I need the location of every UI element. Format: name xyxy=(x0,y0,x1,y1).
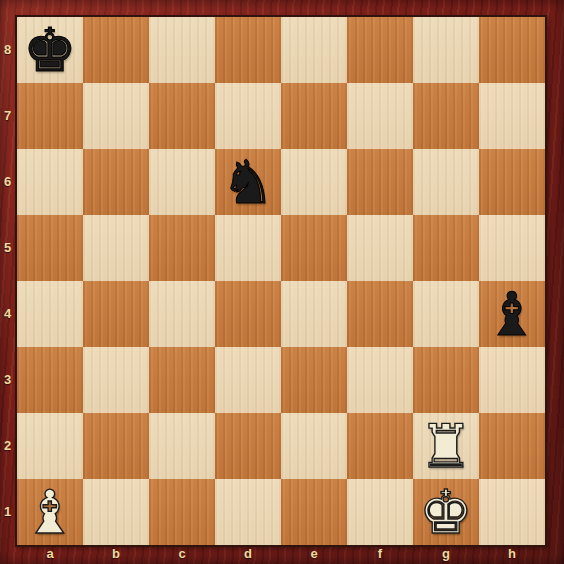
square-e4[interactable] xyxy=(281,281,347,347)
square-h8[interactable] xyxy=(479,17,545,83)
square-e1[interactable] xyxy=(281,479,347,545)
square-f1[interactable] xyxy=(347,479,413,545)
square-b4[interactable] xyxy=(83,281,149,347)
rank-label-2: 2 xyxy=(0,413,15,479)
square-e8[interactable] xyxy=(281,17,347,83)
rank-label-6: 6 xyxy=(0,149,15,215)
square-f5[interactable] xyxy=(347,215,413,281)
white-rook[interactable]: ♜ xyxy=(419,413,473,479)
square-h6[interactable] xyxy=(479,149,545,215)
rank-label-7: 7 xyxy=(0,83,15,149)
square-c4[interactable] xyxy=(149,281,215,347)
rank-label-8: 8 xyxy=(0,17,15,83)
file-label-g: g xyxy=(413,545,479,564)
rank-label-5: 5 xyxy=(0,215,15,281)
square-g8[interactable] xyxy=(413,17,479,83)
square-g7[interactable] xyxy=(413,83,479,149)
square-b8[interactable] xyxy=(83,17,149,83)
square-e7[interactable] xyxy=(281,83,347,149)
square-c8[interactable] xyxy=(149,17,215,83)
square-d4[interactable] xyxy=(215,281,281,347)
file-label-b: b xyxy=(83,545,149,564)
square-a4[interactable] xyxy=(17,281,83,347)
black-bishop[interactable]: ♝ xyxy=(485,281,539,347)
square-b7[interactable] xyxy=(83,83,149,149)
square-c2[interactable] xyxy=(149,413,215,479)
square-g3[interactable] xyxy=(413,347,479,413)
square-c1[interactable] xyxy=(149,479,215,545)
square-g4[interactable] xyxy=(413,281,479,347)
square-f7[interactable] xyxy=(347,83,413,149)
square-h2[interactable] xyxy=(479,413,545,479)
square-b2[interactable] xyxy=(83,413,149,479)
square-a2[interactable] xyxy=(17,413,83,479)
square-d8[interactable] xyxy=(215,17,281,83)
chess-board: ♚♞♝♜♝♚ xyxy=(15,15,547,547)
rank-label-4: 4 xyxy=(0,281,15,347)
square-b6[interactable] xyxy=(83,149,149,215)
square-f2[interactable] xyxy=(347,413,413,479)
square-g2[interactable]: ♜ xyxy=(413,413,479,479)
black-king[interactable]: ♚ xyxy=(23,17,77,83)
square-d6[interactable]: ♞ xyxy=(215,149,281,215)
square-h3[interactable] xyxy=(479,347,545,413)
square-h5[interactable] xyxy=(479,215,545,281)
rank-label-3: 3 xyxy=(0,347,15,413)
square-a7[interactable] xyxy=(17,83,83,149)
square-e3[interactable] xyxy=(281,347,347,413)
square-b5[interactable] xyxy=(83,215,149,281)
file-label-d: d xyxy=(215,545,281,564)
file-label-f: f xyxy=(347,545,413,564)
file-label-h: h xyxy=(479,545,545,564)
square-f4[interactable] xyxy=(347,281,413,347)
square-b3[interactable] xyxy=(83,347,149,413)
square-h1[interactable] xyxy=(479,479,545,545)
square-d3[interactable] xyxy=(215,347,281,413)
board-frame: ♚♞♝♜♝♚ 87654321abcdefgh xyxy=(0,0,564,564)
file-label-a: a xyxy=(17,545,83,564)
square-a6[interactable] xyxy=(17,149,83,215)
square-h7[interactable] xyxy=(479,83,545,149)
square-a5[interactable] xyxy=(17,215,83,281)
square-c6[interactable] xyxy=(149,149,215,215)
square-c7[interactable] xyxy=(149,83,215,149)
square-e6[interactable] xyxy=(281,149,347,215)
file-label-e: e xyxy=(281,545,347,564)
square-c3[interactable] xyxy=(149,347,215,413)
square-f8[interactable] xyxy=(347,17,413,83)
square-f6[interactable] xyxy=(347,149,413,215)
square-g5[interactable] xyxy=(413,215,479,281)
black-knight[interactable]: ♞ xyxy=(221,149,275,215)
square-d7[interactable] xyxy=(215,83,281,149)
square-c5[interactable] xyxy=(149,215,215,281)
square-a1[interactable]: ♝ xyxy=(17,479,83,545)
file-label-c: c xyxy=(149,545,215,564)
square-g6[interactable] xyxy=(413,149,479,215)
square-g1[interactable]: ♚ xyxy=(413,479,479,545)
square-a8[interactable]: ♚ xyxy=(17,17,83,83)
square-h4[interactable]: ♝ xyxy=(479,281,545,347)
square-f3[interactable] xyxy=(347,347,413,413)
square-e5[interactable] xyxy=(281,215,347,281)
square-b1[interactable] xyxy=(83,479,149,545)
white-king[interactable]: ♚ xyxy=(419,479,473,545)
square-a3[interactable] xyxy=(17,347,83,413)
white-bishop[interactable]: ♝ xyxy=(23,479,77,545)
square-d5[interactable] xyxy=(215,215,281,281)
square-d2[interactable] xyxy=(215,413,281,479)
rank-label-1: 1 xyxy=(0,479,15,545)
square-d1[interactable] xyxy=(215,479,281,545)
square-e2[interactable] xyxy=(281,413,347,479)
